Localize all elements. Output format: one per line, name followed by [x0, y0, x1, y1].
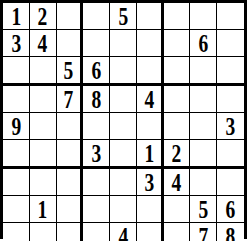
given-digit: 2: [172, 140, 182, 166]
cell-r7c9[interactable]: [217, 169, 244, 196]
cell-r7c1[interactable]: [3, 169, 30, 196]
given-digit: 1: [11, 3, 21, 29]
sudoku-board: 125346567849331234156478: [0, 0, 247, 239]
cell-r8c4[interactable]: [83, 196, 110, 223]
given-digit: 3: [91, 140, 101, 166]
cell-r3c9[interactable]: [217, 57, 244, 86]
cell-r5c2[interactable]: [30, 113, 57, 140]
cell-r1c8[interactable]: [190, 3, 217, 30]
cell-r8c5[interactable]: [110, 196, 137, 223]
cell-r6c9[interactable]: [217, 140, 244, 169]
cell-r5c6[interactable]: [137, 113, 164, 140]
given-digit: 4: [38, 30, 48, 56]
cell-r7c3[interactable]: [57, 169, 84, 196]
cell-r9c6[interactable]: [137, 223, 164, 241]
cell-r1c1[interactable]: 1: [3, 3, 30, 30]
cell-r9c1[interactable]: [3, 223, 30, 241]
given-digit: 6: [226, 196, 236, 222]
cell-r4c6[interactable]: 4: [137, 86, 164, 113]
cell-r9c8[interactable]: 7: [190, 223, 217, 241]
given-digit: 3: [226, 113, 236, 139]
cell-r9c2[interactable]: [30, 223, 57, 241]
given-digit: 1: [38, 196, 48, 222]
cell-r3c1[interactable]: [3, 57, 30, 86]
given-digit: 9: [11, 113, 21, 139]
given-digit: 4: [144, 86, 154, 112]
given-digit: 3: [11, 30, 21, 56]
cell-r6c8[interactable]: [190, 140, 217, 169]
cell-r7c8[interactable]: [190, 169, 217, 196]
cell-r9c9[interactable]: 8: [217, 223, 244, 241]
cell-r6c7[interactable]: 2: [164, 140, 191, 169]
cell-r9c4[interactable]: [83, 223, 110, 241]
cell-r1c3[interactable]: [57, 3, 84, 30]
cell-r4c2[interactable]: [30, 86, 57, 113]
given-digit: 7: [64, 86, 74, 112]
given-digit: 7: [198, 223, 208, 241]
cell-r2c4[interactable]: [83, 30, 110, 57]
cell-r2c6[interactable]: [137, 30, 164, 57]
cell-r6c1[interactable]: [3, 140, 30, 169]
cell-r1c5[interactable]: 5: [110, 3, 137, 30]
given-digit: 4: [172, 169, 182, 195]
given-digit: 4: [118, 223, 128, 241]
cell-r3c7[interactable]: [164, 57, 191, 86]
cell-r9c5[interactable]: 4: [110, 223, 137, 241]
cell-r3c3[interactable]: 5: [57, 57, 84, 86]
cell-r3c2[interactable]: [30, 57, 57, 86]
cell-r3c8[interactable]: [190, 57, 217, 86]
cell-r6c2[interactable]: [30, 140, 57, 169]
cell-r1c6[interactable]: [137, 3, 164, 30]
cell-r8c8[interactable]: 5: [190, 196, 217, 223]
cell-r4c4[interactable]: 8: [83, 86, 110, 113]
cell-r1c4[interactable]: [83, 3, 110, 30]
cell-r2c3[interactable]: [57, 30, 84, 57]
cell-r5c7[interactable]: [164, 113, 191, 140]
cell-r6c5[interactable]: [110, 140, 137, 169]
cell-r7c5[interactable]: [110, 169, 137, 196]
cell-r7c2[interactable]: [30, 169, 57, 196]
cell-r4c9[interactable]: [217, 86, 244, 113]
cell-r5c5[interactable]: [110, 113, 137, 140]
cell-r2c5[interactable]: [110, 30, 137, 57]
cell-r1c2[interactable]: 2: [30, 3, 57, 30]
given-digit: 6: [198, 30, 208, 56]
given-digit: 5: [198, 196, 208, 222]
cell-r8c2[interactable]: 1: [30, 196, 57, 223]
cell-r5c1[interactable]: 9: [3, 113, 30, 140]
cell-r3c6[interactable]: [137, 57, 164, 86]
given-digit: 5: [64, 57, 74, 83]
cell-r6c4[interactable]: 3: [83, 140, 110, 169]
given-digit: 6: [91, 57, 101, 83]
cell-r4c8[interactable]: [190, 86, 217, 113]
cell-r5c4[interactable]: [83, 113, 110, 140]
cell-r9c3[interactable]: [57, 223, 84, 241]
cell-r8c1[interactable]: [3, 196, 30, 223]
cell-r5c8[interactable]: [190, 113, 217, 140]
cell-r8c3[interactable]: [57, 196, 84, 223]
given-digit: 1: [144, 140, 154, 166]
cell-r2c8[interactable]: 6: [190, 30, 217, 57]
cell-r3c4[interactable]: 6: [83, 57, 110, 86]
given-digit: 8: [91, 86, 101, 112]
cell-r7c4[interactable]: [83, 169, 110, 196]
cell-r7c7[interactable]: 4: [164, 169, 191, 196]
cell-r2c7[interactable]: [164, 30, 191, 57]
cell-r6c6[interactable]: 1: [137, 140, 164, 169]
cell-r8c9[interactable]: 6: [217, 196, 244, 223]
given-digit: 3: [144, 169, 154, 195]
cell-r2c1[interactable]: 3: [3, 30, 30, 57]
cell-r4c3[interactable]: 7: [57, 86, 84, 113]
cell-r1c9[interactable]: [217, 3, 244, 30]
given-digit: 8: [226, 223, 236, 241]
cell-r5c9[interactable]: 3: [217, 113, 244, 140]
cell-r8c6[interactable]: [137, 196, 164, 223]
cell-r4c1[interactable]: [3, 86, 30, 113]
cell-r6c3[interactable]: [57, 140, 84, 169]
given-digit: 2: [38, 3, 48, 29]
cell-r5c3[interactable]: [57, 113, 84, 140]
cell-r7c6[interactable]: 3: [137, 169, 164, 196]
cell-r1c7[interactable]: [164, 3, 191, 30]
cell-r4c5[interactable]: [110, 86, 137, 113]
given-digit: 5: [118, 3, 128, 29]
cell-r3c5[interactable]: [110, 57, 137, 86]
cell-r2c9[interactable]: [217, 30, 244, 57]
cell-r2c2[interactable]: 4: [30, 30, 57, 57]
cell-r4c7[interactable]: [164, 86, 191, 113]
cell-r9c7[interactable]: [164, 223, 191, 241]
cell-r8c7[interactable]: [164, 196, 191, 223]
